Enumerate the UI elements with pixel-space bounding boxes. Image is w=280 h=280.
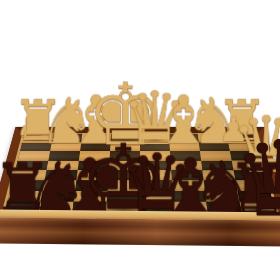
chess-board: ♜♟♞♝♚♛♝♞♜♟♛♜♞♝♚♛♝♞♜ (0, 127, 280, 215)
board-front-edge (0, 209, 280, 246)
chess-set-photo: ♜♟♞♝♚♛♝♞♜♟♛♜♞♝♚♛♝♞♜ ♛ (0, 0, 280, 280)
board-grid: ♜♟♞♝♚♛♝♞♜♟♛♜♞♝♚♛♝♞♜ (1, 133, 279, 214)
board-frame-face (0, 217, 280, 246)
